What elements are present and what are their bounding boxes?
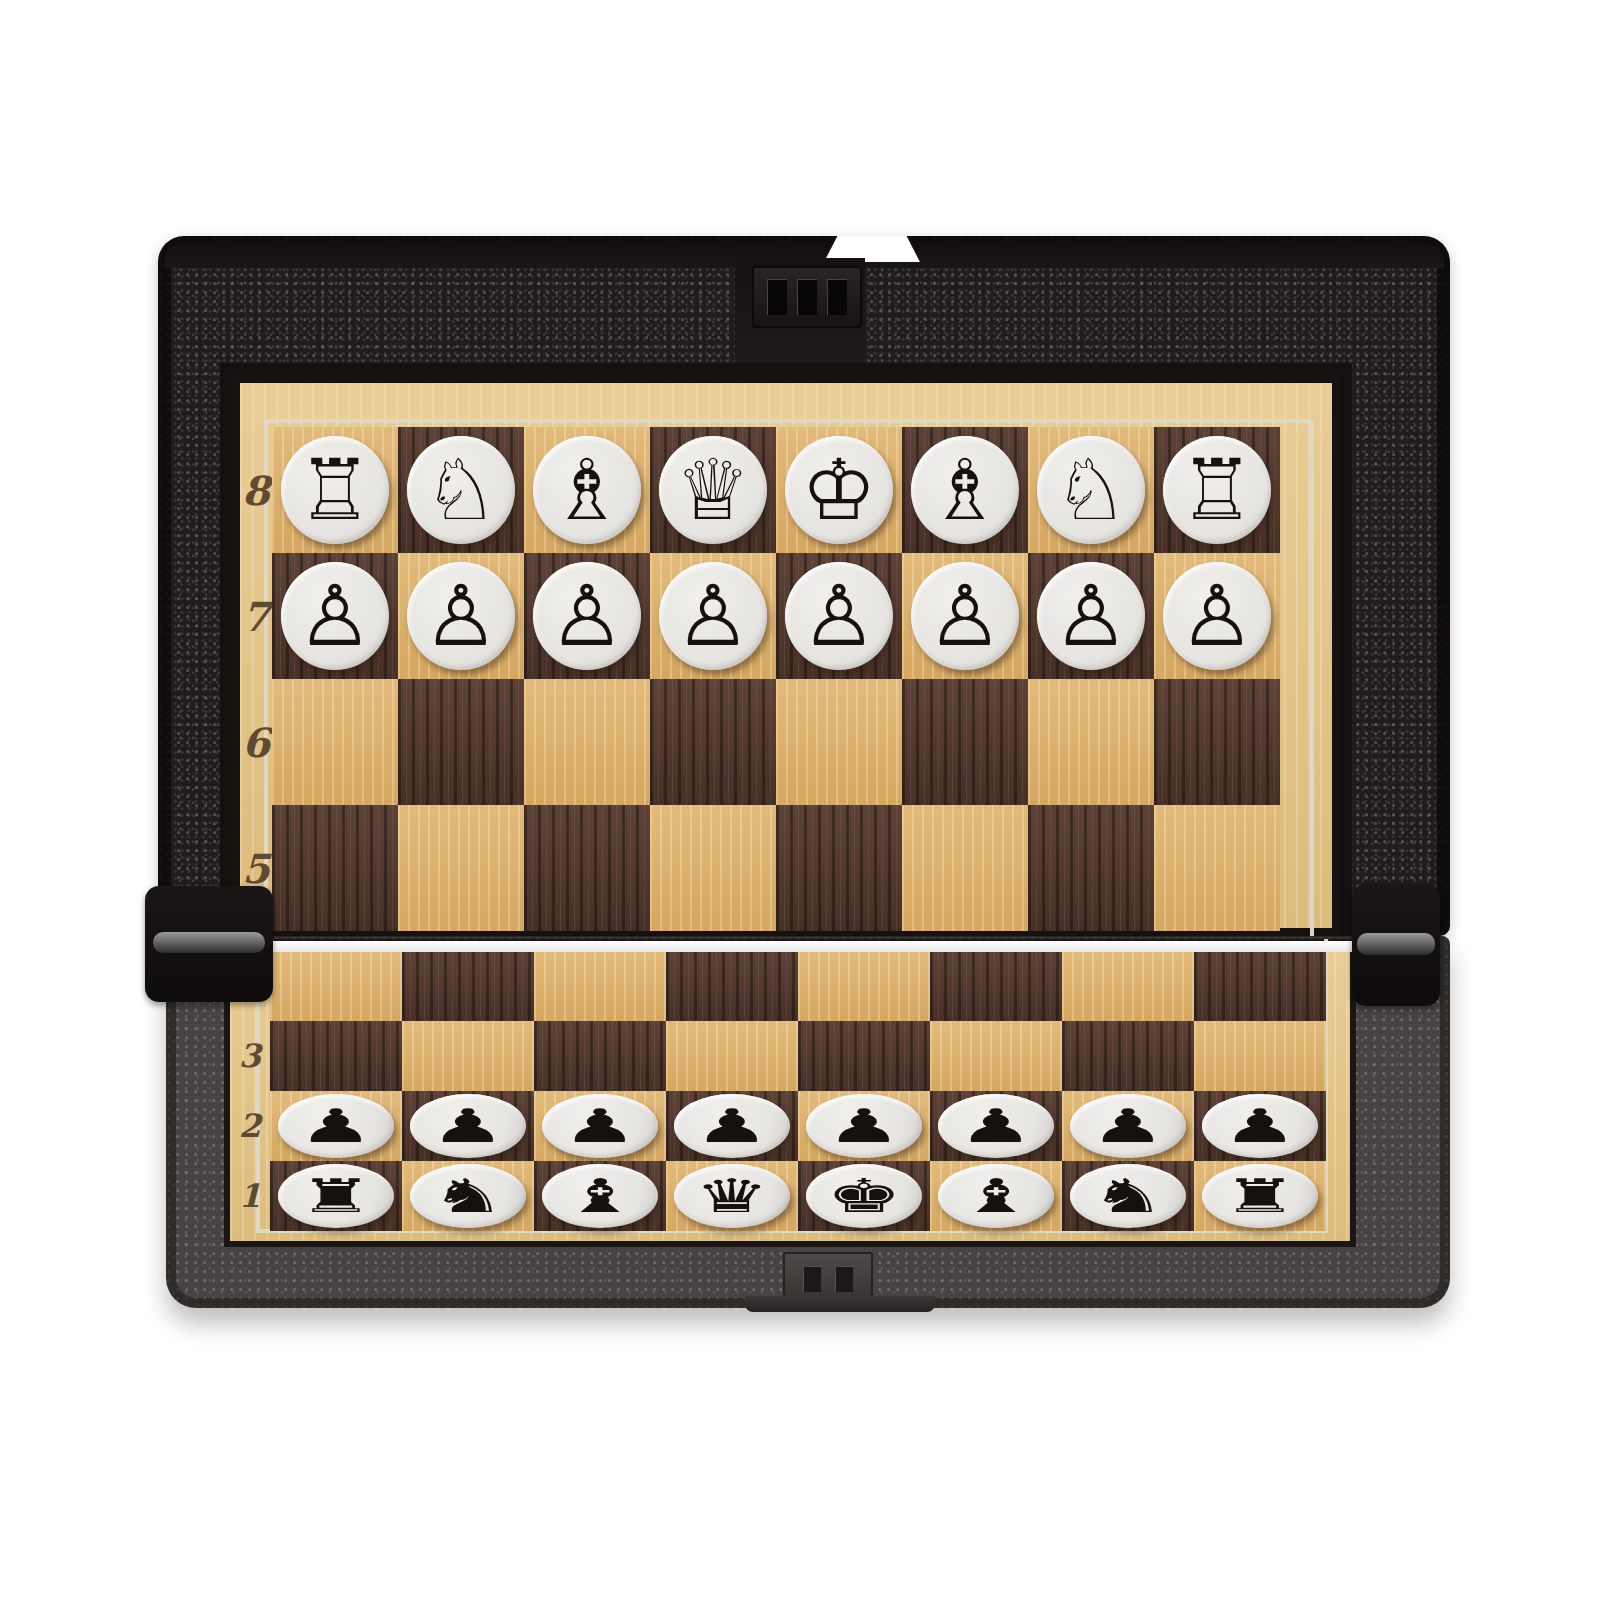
piece-glyph: ♗: [927, 448, 1002, 532]
case-top-shell: 8765 ♖♘♗♕♔♗♘♖♙♙♙♙♙♙♙♙: [158, 236, 1450, 936]
piece-glyph: ♘: [1053, 448, 1128, 532]
piece-white-rook[interactable]: ♖: [1163, 436, 1271, 544]
square-a3[interactable]: [270, 1021, 402, 1091]
square-g1[interactable]: ♞: [1062, 1161, 1194, 1231]
square-g5[interactable]: [1028, 805, 1154, 931]
square-c2[interactable]: ♟: [534, 1091, 666, 1161]
piece-white-pawn[interactable]: ♙: [281, 562, 389, 670]
square-f2[interactable]: ♟: [930, 1091, 1062, 1161]
piece-glyph: ♟: [562, 1103, 637, 1149]
square-h3[interactable]: [1194, 1021, 1326, 1091]
square-f4[interactable]: [930, 951, 1062, 1021]
latch-slot: [835, 1266, 853, 1292]
piece-white-bishop[interactable]: ♗: [533, 436, 641, 544]
piece-glyph: ♗: [549, 448, 624, 532]
piece-glyph: ♙: [801, 574, 876, 658]
rank-label-1: 1: [239, 1177, 261, 1215]
square-f5[interactable]: [902, 805, 1028, 931]
piece-glyph: ♙: [1179, 574, 1254, 658]
board-top-half: 8765 ♖♘♗♕♔♗♘♖♙♙♙♙♙♙♙♙: [232, 375, 1340, 936]
square-h8[interactable]: ♖: [1154, 427, 1280, 553]
square-e8[interactable]: ♔: [776, 427, 902, 553]
rank-labels-top: 8765: [240, 427, 272, 931]
piece-white-pawn[interactable]: ♙: [533, 562, 641, 670]
latch-slot: [767, 279, 787, 315]
square-g7[interactable]: ♙: [1028, 553, 1154, 679]
square-f1[interactable]: ♝: [930, 1161, 1062, 1231]
bottom-tab: [745, 1296, 935, 1312]
square-b7[interactable]: ♙: [398, 553, 524, 679]
piece-black-rook[interactable]: ♜: [278, 1164, 394, 1228]
square-g6[interactable]: [1028, 679, 1154, 805]
board-grid-bottom: ♟♟♟♟♟♟♟♟♜♞♝♛♚♝♞♜: [270, 951, 1326, 1231]
rank-label-6: 6: [242, 719, 270, 766]
piece-white-pawn[interactable]: ♙: [911, 562, 1019, 670]
piece-black-bishop[interactable]: ♝: [938, 1164, 1054, 1228]
rank-label-2: 2: [239, 1107, 261, 1145]
piece-black-pawn[interactable]: ♟: [806, 1094, 922, 1158]
piece-white-knight[interactable]: ♘: [407, 436, 515, 544]
square-e2[interactable]: ♟: [798, 1091, 930, 1161]
square-a5[interactable]: [272, 805, 398, 931]
square-b2[interactable]: ♟: [402, 1091, 534, 1161]
piece-black-knight[interactable]: ♞: [1070, 1164, 1186, 1228]
square-c3[interactable]: [534, 1021, 666, 1091]
square-f6[interactable]: [902, 679, 1028, 805]
piece-black-pawn[interactable]: ♟: [1070, 1094, 1186, 1158]
piece-glyph: ♙: [675, 574, 750, 658]
square-f8[interactable]: ♗: [902, 427, 1028, 553]
latch-slot: [803, 1266, 821, 1292]
square-d3[interactable]: [666, 1021, 798, 1091]
square-b1[interactable]: ♞: [402, 1161, 534, 1231]
piece-glyph: ♘: [423, 448, 498, 532]
square-h6[interactable]: [1154, 679, 1280, 805]
square-c8[interactable]: ♗: [524, 427, 650, 553]
piece-black-pawn[interactable]: ♟: [1202, 1094, 1318, 1158]
pocket-chess-set-photo: 8765 ♖♘♗♕♔♗♘♖♙♙♙♙♙♙♙♙ 4321 ♟♟♟♟♟♟♟♟♜♞♝♛♚…: [0, 0, 1601, 1601]
square-e7[interactable]: ♙: [776, 553, 902, 679]
square-h1[interactable]: ♜: [1194, 1161, 1326, 1231]
square-d7[interactable]: ♙: [650, 553, 776, 679]
square-b6[interactable]: [398, 679, 524, 805]
square-f3[interactable]: [930, 1021, 1062, 1091]
square-h2[interactable]: ♟: [1194, 1091, 1326, 1161]
piece-white-pawn[interactable]: ♙: [785, 562, 893, 670]
piece-white-queen[interactable]: ♕: [659, 436, 767, 544]
piece-glyph: ♛: [694, 1173, 769, 1219]
piece-glyph: ♕: [675, 448, 750, 532]
hinge-left: [145, 886, 273, 1002]
piece-white-king[interactable]: ♔: [785, 436, 893, 544]
piece-black-pawn[interactable]: ♟: [938, 1094, 1054, 1158]
rank-label-5: 5: [242, 845, 270, 892]
piece-glyph: ♝: [562, 1173, 637, 1219]
rank-label-8: 8: [242, 467, 270, 514]
piece-black-rook[interactable]: ♜: [1202, 1164, 1318, 1228]
piece-glyph: ♚: [826, 1173, 901, 1219]
piece-glyph: ♞: [1090, 1173, 1165, 1219]
piece-black-pawn[interactable]: ♟: [542, 1094, 658, 1158]
piece-glyph: ♖: [1179, 448, 1254, 532]
square-a6[interactable]: [272, 679, 398, 805]
square-d6[interactable]: [650, 679, 776, 805]
square-d4[interactable]: [666, 951, 798, 1021]
rank-label-7: 7: [242, 593, 270, 640]
piece-glyph: ♟: [826, 1103, 901, 1149]
square-d1[interactable]: ♛: [666, 1161, 798, 1231]
hinge-right: [1352, 884, 1440, 1006]
piece-black-king[interactable]: ♚: [806, 1164, 922, 1228]
square-c4[interactable]: [534, 951, 666, 1021]
square-e1[interactable]: ♚: [798, 1161, 930, 1231]
square-a8[interactable]: ♖: [272, 427, 398, 553]
piece-glyph: ♟: [958, 1103, 1033, 1149]
piece-black-queen[interactable]: ♛: [674, 1164, 790, 1228]
piece-glyph: ♔: [801, 448, 876, 532]
square-a2[interactable]: ♟: [270, 1091, 402, 1161]
square-g2[interactable]: ♟: [1062, 1091, 1194, 1161]
piece-glyph: ♙: [1053, 574, 1128, 658]
square-c6[interactable]: [524, 679, 650, 805]
piece-white-pawn[interactable]: ♙: [1037, 562, 1145, 670]
square-e4[interactable]: [798, 951, 930, 1021]
piece-black-knight[interactable]: ♞: [410, 1164, 526, 1228]
piece-glyph: ♟: [694, 1103, 769, 1149]
square-d8[interactable]: ♕: [650, 427, 776, 553]
square-c7[interactable]: ♙: [524, 553, 650, 679]
square-a7[interactable]: ♙: [272, 553, 398, 679]
square-d2[interactable]: ♟: [666, 1091, 798, 1161]
piece-black-pawn[interactable]: ♟: [278, 1094, 394, 1158]
square-c1[interactable]: ♝: [534, 1161, 666, 1231]
piece-glyph: ♝: [958, 1173, 1033, 1219]
piece-white-bishop[interactable]: ♗: [911, 436, 1019, 544]
piece-glyph: ♟: [1090, 1103, 1165, 1149]
piece-black-pawn[interactable]: ♟: [674, 1094, 790, 1158]
board-grid-top: ♖♘♗♕♔♗♘♖♙♙♙♙♙♙♙♙: [272, 427, 1280, 931]
square-b3[interactable]: [402, 1021, 534, 1091]
piece-glyph: ♞: [430, 1173, 505, 1219]
board-bottom-half: 4321 ♟♟♟♟♟♟♟♟♜♞♝♛♚♝♞♜: [224, 939, 1356, 1247]
case-bottom-shell: 4321 ♟♟♟♟♟♟♟♟♜♞♝♛♚♝♞♜: [166, 936, 1450, 1308]
piece-glyph: ♟: [298, 1103, 373, 1149]
piece-white-pawn[interactable]: ♙: [407, 562, 515, 670]
square-a1[interactable]: ♜: [270, 1161, 402, 1231]
square-h4[interactable]: [1194, 951, 1326, 1021]
piece-glyph: ♙: [423, 574, 498, 658]
square-e3[interactable]: [798, 1021, 930, 1091]
piece-glyph: ♟: [1222, 1103, 1297, 1149]
piece-black-pawn[interactable]: ♟: [410, 1094, 526, 1158]
square-g3[interactable]: [1062, 1021, 1194, 1091]
square-a4[interactable]: [270, 951, 402, 1021]
square-g8[interactable]: ♘: [1028, 427, 1154, 553]
latch-slot: [797, 279, 817, 315]
piece-glyph: ♙: [297, 574, 372, 658]
square-h5[interactable]: [1154, 805, 1280, 931]
fold-gap: [176, 941, 1438, 952]
square-d5[interactable]: [650, 805, 776, 931]
square-h7[interactable]: ♙: [1154, 553, 1280, 679]
square-g4[interactable]: [1062, 951, 1194, 1021]
piece-glyph: ♟: [430, 1103, 505, 1149]
piece-glyph: ♙: [549, 574, 624, 658]
piece-glyph: ♜: [298, 1173, 373, 1219]
piece-white-pawn[interactable]: ♙: [1163, 562, 1271, 670]
square-b4[interactable]: [402, 951, 534, 1021]
piece-white-pawn[interactable]: ♙: [659, 562, 767, 670]
piece-glyph: ♙: [927, 574, 1002, 658]
latch-slot: [827, 279, 847, 315]
piece-glyph: ♖: [297, 448, 372, 532]
square-f7[interactable]: ♙: [902, 553, 1028, 679]
square-b8[interactable]: ♘: [398, 427, 524, 553]
piece-white-knight[interactable]: ♘: [1037, 436, 1145, 544]
square-e6[interactable]: [776, 679, 902, 805]
top-latch: [752, 266, 862, 328]
rank-label-3: 3: [239, 1037, 261, 1075]
piece-glyph: ♜: [1222, 1173, 1297, 1219]
square-c5[interactable]: [524, 805, 650, 931]
piece-white-rook[interactable]: ♖: [281, 436, 389, 544]
square-b5[interactable]: [398, 805, 524, 931]
piece-black-bishop[interactable]: ♝: [542, 1164, 658, 1228]
square-e5[interactable]: [776, 805, 902, 931]
